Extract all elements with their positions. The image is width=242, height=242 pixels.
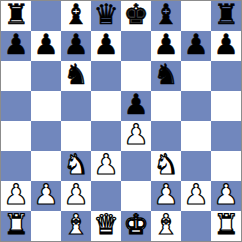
black-pawn[interactable]: ♟: [33, 31, 58, 59]
chess-board-wrap: ♜♝♛♚♝♜♟♟♟♟♟♟♟♞♞♟♟♞♟♞♟♟♟♟♟♟♜♝♛♚♝♜: [0, 0, 242, 242]
white-pawn[interactable]: ♟: [123, 121, 148, 149]
square-g4[interactable]: [181, 121, 211, 151]
square-b2[interactable]: ♟: [31, 181, 61, 211]
square-f4[interactable]: [151, 121, 181, 151]
square-h8[interactable]: ♜: [211, 1, 241, 31]
square-f7[interactable]: ♟: [151, 31, 181, 61]
square-f8[interactable]: ♝: [151, 1, 181, 31]
square-d4[interactable]: [91, 121, 121, 151]
square-h1[interactable]: ♜: [211, 211, 241, 241]
square-b3[interactable]: [31, 151, 61, 181]
square-b4[interactable]: [31, 121, 61, 151]
square-d8[interactable]: ♛: [91, 1, 121, 31]
square-b8[interactable]: [31, 1, 61, 31]
square-f2[interactable]: ♟: [151, 181, 181, 211]
black-knight[interactable]: ♞: [153, 61, 178, 89]
black-pawn[interactable]: ♟: [93, 31, 118, 59]
square-d7[interactable]: ♟: [91, 31, 121, 61]
black-pawn[interactable]: ♟: [123, 91, 148, 119]
square-e1[interactable]: ♚: [121, 211, 151, 241]
black-pawn[interactable]: ♟: [183, 31, 208, 59]
white-bishop[interactable]: ♝: [63, 211, 88, 239]
square-c8[interactable]: ♝: [61, 1, 91, 31]
white-pawn[interactable]: ♟: [183, 181, 208, 209]
square-f5[interactable]: [151, 91, 181, 121]
black-queen[interactable]: ♛: [93, 1, 118, 29]
square-b6[interactable]: [31, 61, 61, 91]
square-c5[interactable]: [61, 91, 91, 121]
square-h7[interactable]: ♟: [211, 31, 241, 61]
square-g8[interactable]: [181, 1, 211, 31]
black-pawn[interactable]: ♟: [3, 31, 28, 59]
square-g3[interactable]: [181, 151, 211, 181]
square-c7[interactable]: ♟: [61, 31, 91, 61]
white-bishop[interactable]: ♝: [153, 211, 178, 239]
square-b5[interactable]: [31, 91, 61, 121]
white-king[interactable]: ♚: [123, 211, 148, 239]
square-e8[interactable]: ♚: [121, 1, 151, 31]
square-c3[interactable]: ♞: [61, 151, 91, 181]
square-e4[interactable]: ♟: [121, 121, 151, 151]
square-g5[interactable]: [181, 91, 211, 121]
square-d5[interactable]: [91, 91, 121, 121]
black-pawn[interactable]: ♟: [153, 31, 178, 59]
white-pawn[interactable]: ♟: [93, 151, 118, 179]
square-f3[interactable]: ♞: [151, 151, 181, 181]
white-knight[interactable]: ♞: [153, 151, 178, 179]
square-d6[interactable]: [91, 61, 121, 91]
black-pawn[interactable]: ♟: [213, 31, 238, 59]
white-rook[interactable]: ♜: [3, 211, 28, 239]
square-a4[interactable]: [1, 121, 31, 151]
black-king[interactable]: ♚: [123, 1, 148, 29]
white-pawn[interactable]: ♟: [213, 181, 238, 209]
square-h6[interactable]: [211, 61, 241, 91]
square-c4[interactable]: [61, 121, 91, 151]
square-d3[interactable]: ♟: [91, 151, 121, 181]
square-a7[interactable]: ♟: [1, 31, 31, 61]
square-g6[interactable]: [181, 61, 211, 91]
square-g7[interactable]: ♟: [181, 31, 211, 61]
white-knight[interactable]: ♞: [63, 151, 88, 179]
black-rook[interactable]: ♜: [3, 1, 28, 29]
square-h5[interactable]: [211, 91, 241, 121]
square-f1[interactable]: ♝: [151, 211, 181, 241]
black-rook[interactable]: ♜: [213, 1, 238, 29]
square-e6[interactable]: [121, 61, 151, 91]
square-c6[interactable]: ♞: [61, 61, 91, 91]
square-a3[interactable]: [1, 151, 31, 181]
square-c1[interactable]: ♝: [61, 211, 91, 241]
chess-board: ♜♝♛♚♝♜♟♟♟♟♟♟♟♞♞♟♟♞♟♞♟♟♟♟♟♟♜♝♛♚♝♜: [0, 0, 242, 242]
square-a5[interactable]: [1, 91, 31, 121]
square-g2[interactable]: ♟: [181, 181, 211, 211]
square-d1[interactable]: ♛: [91, 211, 121, 241]
square-a6[interactable]: [1, 61, 31, 91]
white-pawn[interactable]: ♟: [3, 181, 28, 209]
square-g1[interactable]: [181, 211, 211, 241]
square-h3[interactable]: [211, 151, 241, 181]
black-pawn[interactable]: ♟: [63, 31, 88, 59]
square-b1[interactable]: [31, 211, 61, 241]
white-pawn[interactable]: ♟: [33, 181, 58, 209]
square-e3[interactable]: [121, 151, 151, 181]
white-pawn[interactable]: ♟: [153, 181, 178, 209]
white-pawn[interactable]: ♟: [63, 181, 88, 209]
square-a1[interactable]: ♜: [1, 211, 31, 241]
square-e5[interactable]: ♟: [121, 91, 151, 121]
square-c2[interactable]: ♟: [61, 181, 91, 211]
square-e7[interactable]: [121, 31, 151, 61]
black-bishop[interactable]: ♝: [153, 1, 178, 29]
square-h4[interactable]: [211, 121, 241, 151]
white-rook[interactable]: ♜: [213, 211, 238, 239]
square-h2[interactable]: ♟: [211, 181, 241, 211]
black-bishop[interactable]: ♝: [63, 1, 88, 29]
black-knight[interactable]: ♞: [63, 61, 88, 89]
square-a2[interactable]: ♟: [1, 181, 31, 211]
square-f6[interactable]: ♞: [151, 61, 181, 91]
square-b7[interactable]: ♟: [31, 31, 61, 61]
square-a8[interactable]: ♜: [1, 1, 31, 31]
white-queen[interactable]: ♛: [93, 211, 118, 239]
square-e2[interactable]: [121, 181, 151, 211]
square-d2[interactable]: [91, 181, 121, 211]
